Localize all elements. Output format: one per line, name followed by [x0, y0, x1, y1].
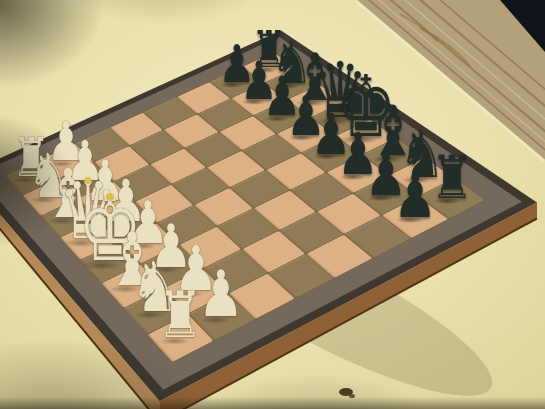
scene: ♜♞♝♛♚♝♞♜♟♟♟♟♟♟♟♟♟♟♟♟♟♟♟♟♜♞♝♛♚♝♞♜	[0, 0, 545, 409]
pieces-layer: ♜♞♝♛♚♝♞♜♟♟♟♟♟♟♟♟♟♟♟♟♟♟♟♟♜♞♝♛♚♝♞♜	[0, 0, 545, 409]
piece-glyph: ♟	[198, 262, 244, 326]
piece-glyph: ♜	[157, 284, 203, 348]
gold-crown-accent	[106, 193, 114, 201]
piece-glyph: ♜	[431, 147, 474, 207]
piece-glyph: ♟	[393, 165, 437, 226]
